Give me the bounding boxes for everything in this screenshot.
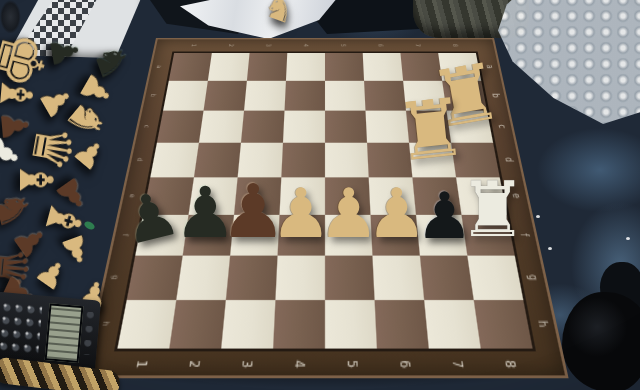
square-g5 — [325, 256, 375, 300]
square-b6 — [364, 81, 406, 111]
coord-label-bottom-5: 5 — [344, 359, 358, 367]
square-g6 — [372, 256, 424, 300]
square-c3 — [241, 111, 285, 143]
coord-label-top-6: 6 — [377, 44, 384, 47]
square-a2 — [208, 53, 250, 81]
square-d8 — [451, 143, 500, 178]
coord-label-bottom-1: 1 — [133, 359, 149, 367]
speck-2 — [626, 237, 630, 240]
square-g8 — [467, 256, 523, 300]
square-e2 — [189, 177, 238, 215]
square-g1 — [127, 256, 183, 300]
square-b3 — [244, 81, 286, 111]
square-e8 — [456, 177, 507, 215]
coord-label-top-8: 8 — [452, 44, 460, 47]
coord-label-bottom-3: 3 — [239, 359, 254, 367]
coord-label-top-5: 5 — [340, 44, 347, 47]
square-a4 — [286, 53, 325, 81]
coord-label-top-7: 7 — [415, 44, 422, 47]
square-a7 — [400, 53, 442, 81]
square-c8 — [446, 111, 493, 143]
coord-label-top-4: 4 — [303, 44, 310, 47]
square-d7 — [409, 143, 456, 178]
square-h7 — [424, 300, 481, 349]
square-d5 — [325, 143, 369, 178]
square-b8 — [442, 81, 487, 111]
coord-label-left-c: c — [144, 125, 152, 128]
square-f2 — [183, 215, 234, 256]
coord-label-bottom-4: 4 — [291, 359, 305, 367]
square-g2 — [176, 256, 230, 300]
square-g3 — [226, 256, 278, 300]
loose-pawn-1: ♟ — [43, 33, 84, 71]
coord-label-left-b: b — [150, 94, 158, 97]
square-d4 — [281, 143, 325, 178]
square-f3 — [230, 215, 279, 256]
coord-label-right-g: g — [526, 274, 539, 280]
square-h4 — [273, 300, 325, 349]
square-b1 — [163, 81, 208, 111]
coord-label-left-d: d — [136, 158, 145, 162]
square-h1 — [117, 300, 176, 349]
square-h5 — [325, 300, 377, 349]
square-f6 — [370, 215, 419, 256]
square-f7 — [416, 215, 467, 256]
square-c7 — [406, 111, 451, 143]
board-grid — [117, 53, 532, 349]
square-d3 — [238, 143, 283, 178]
square-e1 — [143, 177, 194, 215]
clock-keypad — [0, 301, 42, 356]
coord-label-right-c: c — [496, 124, 507, 128]
square-h8 — [474, 300, 533, 349]
coord-label-left-h: h — [102, 321, 113, 326]
square-d1 — [150, 143, 199, 178]
square-a3 — [247, 53, 287, 81]
coord-label-left-f: f — [121, 234, 130, 236]
square-f8 — [461, 215, 514, 256]
coord-label-right-d: d — [503, 157, 514, 162]
square-g4 — [275, 256, 325, 300]
square-b4 — [285, 81, 325, 111]
square-c5 — [325, 111, 367, 143]
square-h2 — [169, 300, 226, 349]
coord-label-right-h: h — [535, 320, 549, 327]
square-e7 — [412, 177, 461, 215]
coords-top: 12345678 — [175, 40, 476, 50]
square-c4 — [283, 111, 325, 143]
coord-label-bottom-8: 8 — [501, 359, 517, 367]
coord-label-top-2: 2 — [228, 44, 235, 47]
coords-bottom: 12345678 — [112, 351, 538, 375]
square-c2 — [199, 111, 244, 143]
coord-label-right-f: f — [518, 233, 530, 236]
square-a6 — [363, 53, 403, 81]
square-d6 — [367, 143, 412, 178]
clock-side-buttons — [81, 311, 95, 355]
coord-label-bottom-7: 7 — [449, 359, 464, 367]
square-c1 — [157, 111, 204, 143]
square-b2 — [204, 81, 247, 111]
speck-1 — [548, 247, 552, 250]
board-scene: 12345678 12345678 abcdefgh abcdefgh — [156, 38, 494, 376]
square-f1 — [135, 215, 188, 256]
square-e4 — [280, 177, 325, 215]
square-h6 — [375, 300, 429, 349]
coord-label-right-a: a — [484, 65, 494, 69]
coord-label-top-3: 3 — [265, 44, 272, 47]
clock-lcd — [45, 303, 84, 363]
coord-label-left-a: a — [156, 65, 164, 68]
square-a8 — [438, 53, 481, 81]
square-f5 — [325, 215, 372, 256]
square-e3 — [234, 177, 281, 215]
square-d2 — [194, 143, 241, 178]
coord-label-top-1: 1 — [191, 44, 199, 47]
square-c6 — [365, 111, 409, 143]
coord-label-right-b: b — [490, 93, 501, 97]
square-f4 — [278, 215, 325, 256]
square-a5 — [325, 53, 364, 81]
square-e6 — [369, 177, 416, 215]
coord-label-bottom-2: 2 — [186, 359, 201, 367]
square-a1 — [169, 53, 212, 81]
coord-label-right-e: e — [510, 193, 522, 198]
coord-label-bottom-6: 6 — [397, 359, 412, 367]
square-h3 — [221, 300, 275, 349]
square-e5 — [325, 177, 370, 215]
square-b5 — [325, 81, 365, 111]
speck-0 — [536, 215, 540, 218]
chess-board: 12345678 12345678 abcdefgh abcdefgh — [81, 38, 568, 378]
square-b7 — [403, 81, 446, 111]
coord-label-left-e: e — [129, 194, 138, 198]
square-g7 — [420, 256, 474, 300]
